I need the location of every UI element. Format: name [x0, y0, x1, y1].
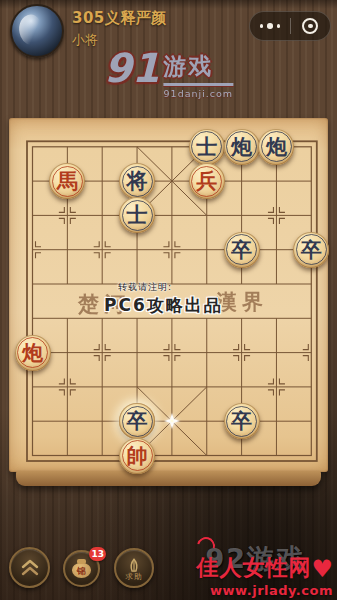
jrlady-brand: 佳人女性网 — [196, 555, 311, 580]
piece-black-cannon[interactable]: 炮 — [224, 129, 260, 165]
piece-black-advisor[interactable]: 士 — [189, 129, 225, 165]
piece-red-general[interactable]: 帥 — [119, 438, 155, 474]
piece-character: 帥 — [127, 438, 148, 474]
piece-black-general[interactable]: 将 — [119, 163, 155, 199]
help-label: 求助 — [126, 573, 143, 581]
hint-bag-button[interactable]: 锦 13 — [63, 550, 100, 587]
piece-character: 卒 — [301, 232, 322, 268]
piece-character: 馬 — [57, 163, 78, 199]
chevron-up-icon — [20, 559, 40, 576]
piece-character: 将 — [127, 163, 148, 199]
piece-character: 兵 — [196, 163, 217, 199]
piece-black-soldier[interactable]: 卒 — [119, 403, 155, 439]
app-screen: 305义释严颜 小将 91 游戏 91danji.com 楚河漢界 士炮炮馬将兵… — [0, 0, 337, 600]
move-target-sparkle[interactable] — [163, 412, 181, 430]
hint-count-badge: 13 — [89, 547, 106, 561]
piece-character: 士 — [127, 197, 148, 233]
piece-character: 炮 — [231, 129, 252, 165]
piece-black-soldier[interactable]: 卒 — [293, 232, 329, 268]
ask-help-button[interactable]: 求助 — [114, 548, 154, 588]
money-bag-icon: 锦 — [72, 563, 91, 578]
piece-red-cannon[interactable]: 炮 — [15, 335, 51, 371]
watermark-pc6: 转载请注明: PC6攻略出品 — [104, 281, 223, 317]
piece-character: 炮 — [266, 129, 287, 165]
bag-label: 锦 — [72, 565, 91, 578]
piece-character: 卒 — [231, 232, 252, 268]
piece-black-soldier[interactable]: 卒 — [224, 232, 260, 268]
piece-character: 士 — [196, 129, 217, 165]
piece-black-advisor[interactable]: 士 — [119, 197, 155, 233]
expand-button[interactable] — [9, 547, 50, 588]
heart-icon: ♥ — [311, 555, 333, 583]
piece-character: 卒 — [231, 403, 252, 439]
jrlady-url: www.jrlady.com — [196, 583, 333, 598]
piece-red-horse[interactable]: 馬 — [49, 163, 85, 199]
piece-red-soldier[interactable]: 兵 — [189, 163, 225, 199]
watermark-jrlady: 佳人女性网♥ www.jrlady.com — [196, 553, 333, 598]
praying-hands-icon — [125, 556, 143, 574]
piece-black-cannon[interactable]: 炮 — [258, 129, 294, 165]
piece-character: 卒 — [127, 403, 148, 439]
piece-black-soldier[interactable]: 卒 — [224, 403, 260, 439]
watermark-pc6-note: 转载请注明: — [118, 281, 223, 294]
piece-character: 炮 — [22, 335, 43, 371]
watermark-pc6-brand: PC6攻略出品 — [104, 294, 223, 317]
